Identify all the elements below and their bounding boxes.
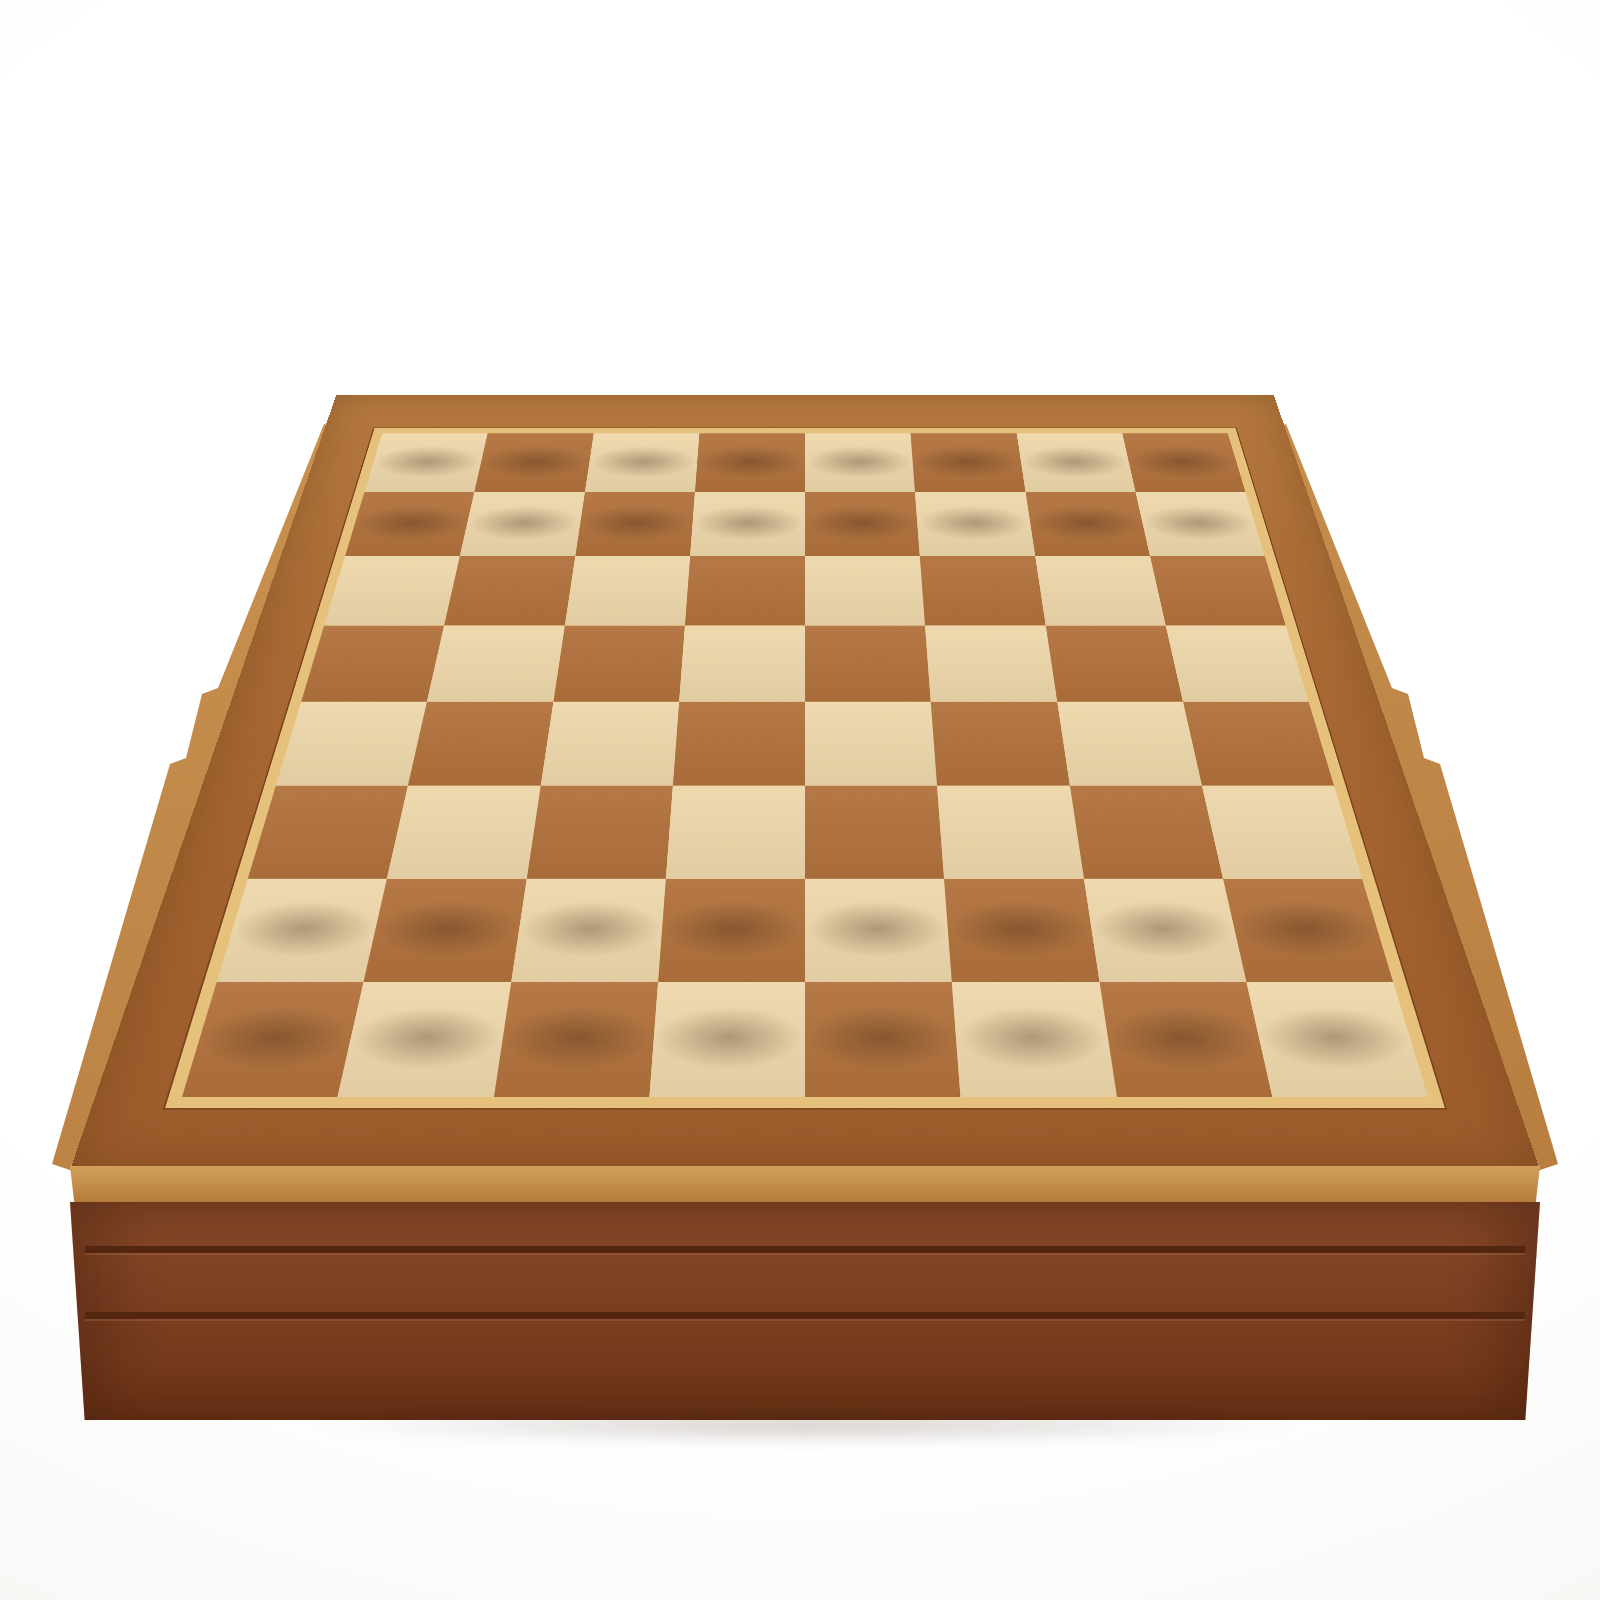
storage-box-front <box>70 1202 1540 1420</box>
square-a6[interactable] <box>324 556 460 626</box>
product-photo <box>0 0 1600 1600</box>
square-f6[interactable] <box>920 556 1045 626</box>
square-b6[interactable] <box>444 556 575 626</box>
square-h6[interactable] <box>1150 556 1286 626</box>
square-e6[interactable] <box>805 556 925 626</box>
chessbox-lid-top <box>70 395 1540 1170</box>
lid-front-edge <box>70 1166 1540 1204</box>
square-d6[interactable] <box>685 556 805 626</box>
square-c6[interactable] <box>565 556 690 626</box>
cast-shadow <box>110 1400 1500 1452</box>
box-groove <box>85 1312 1526 1319</box>
square-g6[interactable] <box>1035 556 1166 626</box>
box-groove <box>85 1246 1526 1253</box>
